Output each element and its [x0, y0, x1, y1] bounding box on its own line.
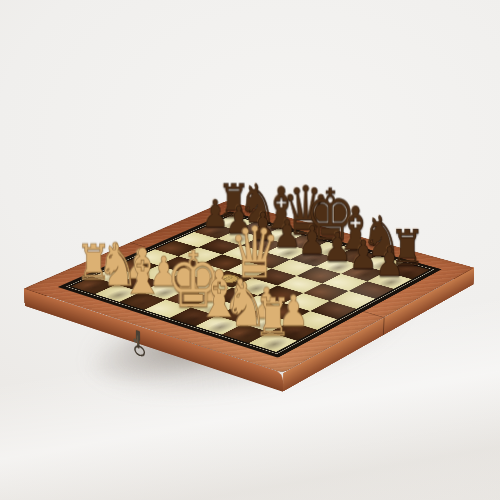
fold-seam-side: [383, 317, 384, 335]
perspective-wrapper: BERTILI CHESS ♜♞♝♛♚♝♞♜♟♟♟♟♟♟♟♟♟♟♟♟♟♟♟♟♜♞…: [0, 0, 500, 500]
white-rook-icon: ♜: [254, 291, 292, 344]
brass-latch: [132, 327, 145, 355]
pieces-layer: ♜♞♝♛♚♝♞♜♟♟♟♟♟♟♟♟♟♟♟♟♟♟♟♟♜♞♝♚♝♞♜♛: [24, 201, 474, 373]
latch-hook-icon: [134, 344, 145, 358]
product-photo-scene: BERTILI CHESS ♜♞♝♛♚♝♞♜♟♟♟♟♟♟♟♟♟♟♟♟♟♟♟♟♜♞…: [0, 0, 500, 500]
white-bishop-icon: ♝: [120, 240, 165, 303]
latch-knob: [133, 338, 136, 343]
black-pawn-icon: ♟: [375, 241, 404, 281]
chess-board: BERTILI CHESS ♜♞♝♛♚♝♞♜♟♟♟♟♟♟♟♟♟♟♟♟♟♟♟♟♜♞…: [24, 201, 474, 373]
